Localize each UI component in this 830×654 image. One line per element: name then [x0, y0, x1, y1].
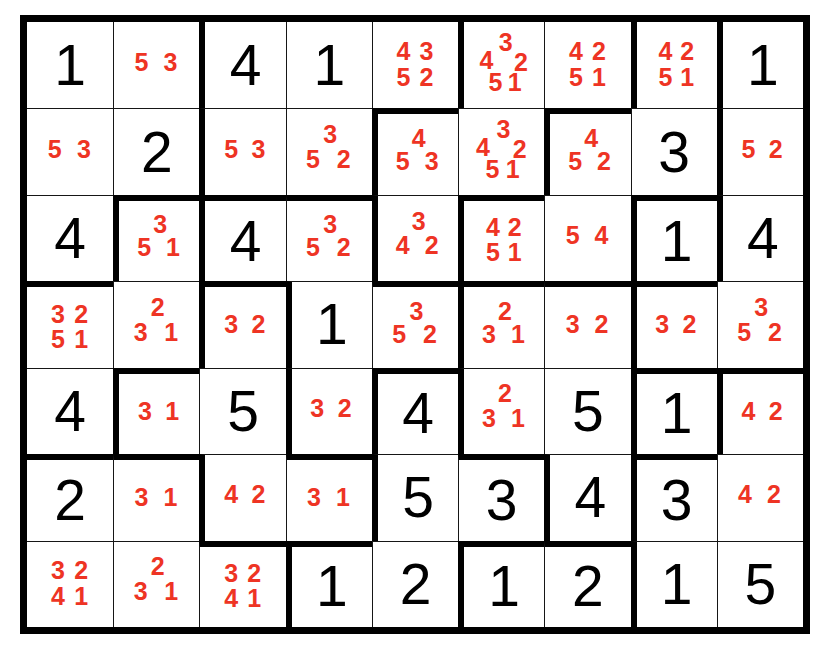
- candidate-digit: 5: [392, 321, 406, 346]
- candidate-digit: 4: [412, 125, 426, 150]
- candidate-digit: 5: [658, 65, 672, 90]
- solved-digit: 4: [205, 22, 285, 108]
- solved-digit: 2: [373, 542, 458, 627]
- candidate-digit: 3: [224, 561, 238, 586]
- cell-r7c6[interactable]: 1: [458, 541, 544, 627]
- candidate-digit: 2: [769, 136, 783, 161]
- candidate-digit: 2: [498, 298, 512, 323]
- cell-r3c3[interactable]: 4: [199, 195, 285, 281]
- candidate-digit: 1: [336, 485, 350, 510]
- candidate-digit: 5: [568, 149, 582, 174]
- solved-digit: 1: [637, 201, 717, 281]
- solved-digit: 1: [637, 374, 717, 454]
- candidate-digit: 5: [48, 136, 62, 161]
- candidate-digit: 2: [337, 235, 351, 260]
- cell-r2c1[interactable]: 53: [27, 108, 113, 194]
- candidate-digit: 3: [754, 295, 768, 320]
- cell-r4c4[interactable]: 1: [286, 281, 372, 367]
- candidate-digit: 4: [397, 38, 411, 63]
- candidate-digit: 4: [224, 586, 238, 611]
- cell-r1c8[interactable]: 4251: [631, 22, 717, 108]
- candidate-digit: 1: [511, 406, 525, 431]
- solved-digit: 1: [637, 542, 717, 627]
- cell-r6c2[interactable]: 31: [113, 454, 199, 540]
- candidate-digit: 4: [569, 38, 583, 63]
- candidate-digit: 1: [592, 65, 606, 90]
- candidate-digit: 4: [741, 398, 755, 423]
- candidate-digit: 1: [165, 398, 179, 423]
- candidate-digit: 1: [166, 235, 180, 260]
- cell-r6c7[interactable]: 4: [544, 454, 630, 540]
- candidate-digit: 2: [74, 557, 88, 582]
- cell-r7c8[interactable]: 1: [631, 541, 717, 627]
- candidate-digit: 2: [597, 149, 611, 174]
- cell-r1c6[interactable]: 34251: [458, 22, 544, 108]
- solved-digit: 1: [287, 22, 372, 108]
- solved-digit: 3: [632, 109, 717, 194]
- cell-r6c3[interactable]: 42: [199, 454, 285, 540]
- candidate-digit: 5: [397, 65, 411, 90]
- candidate-digit: 2: [498, 381, 512, 406]
- candidate-digit: 1: [164, 319, 178, 344]
- candidate-digit: 3: [51, 557, 65, 582]
- cell-r5c2[interactable]: 31: [113, 368, 199, 454]
- candidate-digit: 5: [569, 65, 583, 90]
- candidate-digit: 4: [595, 223, 609, 248]
- cell-r7c5[interactable]: 2: [372, 541, 458, 627]
- candidate-digit: 4: [486, 215, 500, 240]
- solved-digit: 4: [205, 201, 285, 281]
- solved-digit: 4: [378, 374, 458, 454]
- candidate-digit: 2: [338, 396, 352, 421]
- candidate-digit: 2: [247, 561, 261, 586]
- cell-r3c6[interactable]: 4251: [458, 195, 544, 281]
- candidate-digit: 3: [566, 312, 580, 337]
- candidate-digit: 2: [420, 65, 434, 90]
- solved-digit: 5: [378, 455, 458, 540]
- candidate-digit: 5: [488, 70, 502, 95]
- candidate-digit: 3: [224, 312, 238, 337]
- cell-r1c1[interactable]: 1: [27, 22, 113, 108]
- cell-r4c9[interactable]: 352: [717, 281, 803, 367]
- cell-r3c7[interactable]: 54: [544, 195, 630, 281]
- cell-r4c7[interactable]: 32: [544, 281, 630, 367]
- solved-digit: 2: [545, 547, 630, 627]
- cell-r2c2[interactable]: 2: [113, 108, 199, 194]
- candidate-digit: 5: [306, 146, 320, 171]
- solved-digit: 1: [464, 547, 544, 627]
- candidate-digit: 3: [323, 122, 337, 147]
- cell-r3c9[interactable]: 4: [717, 195, 803, 281]
- cell-r3c2[interactable]: 351: [113, 195, 199, 281]
- cell-r7c9[interactable]: 5: [717, 541, 803, 627]
- suguru-puzzle-screen: 1534143523425142514251153253352453342514…: [0, 0, 830, 654]
- candidate-digit: 3: [425, 149, 439, 174]
- candidate-digit: 1: [74, 326, 88, 351]
- cell-r3c5[interactable]: 342: [372, 195, 458, 281]
- candidate-digit: 3: [138, 398, 152, 423]
- cell-r6c8[interactable]: 3: [631, 454, 717, 540]
- candidate-digit: 5: [306, 235, 320, 260]
- cell-r2c6[interactable]: 34251: [458, 108, 544, 194]
- cell-r2c4[interactable]: 352: [286, 108, 372, 194]
- candidate-digit: 1: [680, 65, 694, 90]
- candidate-digit: 3: [164, 49, 178, 74]
- cell-r5c4[interactable]: 32: [286, 368, 372, 454]
- cell-r1c5[interactable]: 4352: [372, 22, 458, 108]
- cell-r2c7[interactable]: 452: [544, 108, 630, 194]
- cell-r6c1[interactable]: 2: [27, 454, 113, 540]
- cell-r5c6[interactable]: 231: [458, 368, 544, 454]
- cell-r2c5[interactable]: 453: [372, 108, 458, 194]
- cell-r5c9[interactable]: 42: [717, 368, 803, 454]
- cell-r3c1[interactable]: 4: [27, 195, 113, 281]
- candidate-digit: 5: [224, 136, 238, 161]
- candidate-digit: 4: [658, 38, 672, 63]
- candidate-digit: 1: [506, 157, 520, 182]
- cell-r7c1[interactable]: 3241: [27, 541, 113, 627]
- cell-r7c7[interactable]: 2: [544, 541, 630, 627]
- solved-digit: 3: [637, 460, 717, 540]
- candidate-digit: 1: [74, 584, 88, 609]
- cell-r4c1[interactable]: 3251: [27, 281, 113, 367]
- candidate-digit: 3: [496, 117, 510, 142]
- candidate-digit: 3: [323, 212, 337, 237]
- candidate-digit: 3: [482, 406, 496, 431]
- candidate-digit: 3: [134, 579, 148, 604]
- candidate-digit: 2: [683, 312, 697, 337]
- candidate-digit: 5: [137, 235, 151, 260]
- solved-digit: 3: [459, 460, 544, 540]
- candidate-digit: 3: [482, 321, 496, 346]
- candidate-digit: 2: [423, 321, 437, 346]
- cell-r1c9[interactable]: 1: [717, 22, 803, 108]
- solved-digit: 1: [723, 22, 803, 108]
- solved-digit: 1: [292, 282, 372, 367]
- cell-r7c3[interactable]: 3241: [199, 541, 285, 627]
- candidate-digit: 2: [425, 233, 439, 258]
- cell-r5c8[interactable]: 1: [631, 368, 717, 454]
- cell-r7c2[interactable]: 231: [113, 541, 199, 627]
- cell-r1c7[interactable]: 4251: [544, 22, 630, 108]
- cell-r1c3[interactable]: 4: [199, 22, 285, 108]
- candidate-digit: 2: [151, 554, 165, 579]
- candidate-digit: 3: [409, 298, 423, 323]
- cell-r1c2[interactable]: 53: [113, 22, 199, 108]
- cell-r6c5[interactable]: 5: [372, 454, 458, 540]
- candidate-digit: 3: [420, 38, 434, 63]
- solved-digit: 4: [723, 196, 803, 281]
- candidate-digit: 1: [164, 579, 178, 604]
- solved-digit: 2: [27, 460, 113, 540]
- cell-r5c7[interactable]: 5: [544, 368, 630, 454]
- solved-digit: 5: [718, 542, 803, 627]
- candidate-digit: 3: [499, 29, 513, 54]
- candidate-digit: 1: [164, 485, 178, 510]
- candidate-digit: 2: [151, 295, 165, 320]
- candidate-digit: 1: [247, 586, 261, 611]
- cell-r2c3[interactable]: 53: [199, 108, 285, 194]
- candidate-digit: 5: [486, 240, 500, 265]
- candidate-digit: 5: [566, 223, 580, 248]
- candidate-digit: 3: [153, 212, 167, 237]
- candidate-digit: 4: [584, 125, 598, 150]
- candidate-digit: 2: [769, 398, 783, 423]
- candidate-digit: 2: [74, 301, 88, 326]
- cell-r1c4[interactable]: 1: [286, 22, 372, 108]
- solved-digit: 4: [550, 455, 630, 540]
- candidate-digit: 2: [251, 482, 265, 507]
- cell-r6c9[interactable]: 42: [717, 454, 803, 540]
- candidate-digit: 3: [655, 312, 669, 337]
- solved-digit: 4: [27, 196, 113, 281]
- cell-r3c8[interactable]: 1: [631, 195, 717, 281]
- cell-r4c3[interactable]: 32: [199, 281, 285, 367]
- cell-r3c4[interactable]: 352: [286, 195, 372, 281]
- candidate-digit: 4: [224, 482, 238, 507]
- cell-r5c1[interactable]: 4: [27, 368, 113, 454]
- solved-digit: 4: [27, 369, 113, 454]
- candidate-digit: 2: [251, 312, 265, 337]
- cell-r4c8[interactable]: 32: [631, 281, 717, 367]
- candidate-digit: 2: [592, 38, 606, 63]
- candidate-digit: 3: [412, 208, 426, 233]
- candidate-digit: 5: [737, 319, 751, 344]
- candidate-digit: 5: [741, 136, 755, 161]
- candidate-digit: 3: [310, 396, 324, 421]
- candidate-digit: 5: [396, 149, 410, 174]
- suguru-board: 1534143523425142514251153253352453342514…: [20, 15, 810, 634]
- candidate-digit: 3: [51, 301, 65, 326]
- candidate-digit: 2: [337, 146, 351, 171]
- candidate-digit: 3: [134, 319, 148, 344]
- candidate-digit: 3: [77, 136, 91, 161]
- candidate-digit: 3: [251, 136, 265, 161]
- candidate-digit: 2: [595, 312, 609, 337]
- cell-r5c3[interactable]: 5: [199, 368, 285, 454]
- solved-digit: 5: [200, 369, 285, 454]
- candidate-digit: 5: [485, 157, 499, 182]
- candidate-digit: 2: [767, 482, 781, 507]
- candidate-digit: 3: [135, 485, 149, 510]
- candidate-digit: 5: [135, 49, 149, 74]
- solved-digit: 1: [27, 22, 113, 108]
- cell-r6c4[interactable]: 31: [286, 454, 372, 540]
- candidate-digit: 5: [51, 326, 65, 351]
- candidate-digit: 2: [508, 215, 522, 240]
- candidate-digit: 4: [51, 584, 65, 609]
- candidate-digit: 1: [508, 240, 522, 265]
- solved-digit: 2: [114, 109, 199, 194]
- cell-r6c6[interactable]: 3: [458, 454, 544, 540]
- cell-r5c5[interactable]: 4: [372, 368, 458, 454]
- candidate-digit: 4: [738, 482, 752, 507]
- cell-r4c6[interactable]: 231: [458, 281, 544, 367]
- candidate-digit: 3: [307, 485, 321, 510]
- cell-r4c2[interactable]: 231: [113, 281, 199, 367]
- cell-r4c5[interactable]: 352: [372, 281, 458, 367]
- candidate-digit: 2: [768, 319, 782, 344]
- solved-digit: 5: [545, 369, 630, 454]
- candidate-digit: 2: [680, 38, 694, 63]
- cell-r7c4[interactable]: 1: [286, 541, 372, 627]
- candidate-digit: 4: [396, 233, 410, 258]
- candidate-digit: 1: [511, 321, 525, 346]
- candidate-digit: 1: [508, 70, 522, 95]
- solved-digit: 1: [292, 547, 372, 627]
- cell-r2c8[interactable]: 3: [631, 108, 717, 194]
- cell-r2c9[interactable]: 52: [717, 108, 803, 194]
